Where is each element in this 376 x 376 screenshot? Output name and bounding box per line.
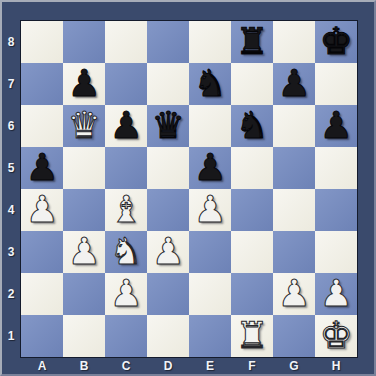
square-a6[interactable] — [21, 105, 63, 147]
square-c4[interactable]: ♝ — [105, 189, 147, 231]
square-b8[interactable] — [63, 21, 105, 63]
square-e7[interactable]: ♞ — [189, 63, 231, 105]
square-c8[interactable] — [105, 21, 147, 63]
rank-label-8: 8 — [2, 21, 20, 63]
square-f6[interactable]: ♞ — [231, 105, 273, 147]
square-h1[interactable]: ♚ — [315, 315, 357, 357]
white-pawn-piece[interactable]: ♟ — [151, 231, 184, 273]
square-a5[interactable]: ♟ — [21, 147, 63, 189]
white-knight-piece[interactable]: ♞ — [109, 231, 142, 273]
square-a8[interactable] — [21, 21, 63, 63]
white-pawn-piece[interactable]: ♟ — [319, 273, 352, 315]
square-e6[interactable] — [189, 105, 231, 147]
black-knight-piece[interactable]: ♞ — [235, 105, 268, 147]
square-c1[interactable] — [105, 315, 147, 357]
white-queen-piece[interactable]: ♛ — [67, 105, 100, 147]
square-h3[interactable] — [315, 231, 357, 273]
square-h7[interactable] — [315, 63, 357, 105]
black-knight-piece[interactable]: ♞ — [193, 63, 226, 105]
square-d7[interactable] — [147, 63, 189, 105]
square-d4[interactable] — [147, 189, 189, 231]
square-g4[interactable] — [273, 189, 315, 231]
rank-labels: 87654321 — [2, 21, 20, 357]
black-king-piece[interactable]: ♚ — [319, 21, 352, 63]
square-f5[interactable] — [231, 147, 273, 189]
file-label-a: A — [21, 358, 63, 374]
square-e2[interactable] — [189, 273, 231, 315]
rank-label-1: 1 — [2, 315, 20, 357]
square-b6[interactable]: ♛ — [63, 105, 105, 147]
black-queen-piece[interactable]: ♛ — [151, 105, 184, 147]
white-pawn-piece[interactable]: ♟ — [109, 273, 142, 315]
black-pawn-piece[interactable]: ♟ — [109, 105, 142, 147]
file-label-c: C — [105, 358, 147, 374]
square-d5[interactable] — [147, 147, 189, 189]
square-d3[interactable]: ♟ — [147, 231, 189, 273]
square-h2[interactable]: ♟ — [315, 273, 357, 315]
square-e1[interactable] — [189, 315, 231, 357]
square-g8[interactable] — [273, 21, 315, 63]
square-e5[interactable]: ♟ — [189, 147, 231, 189]
square-c2[interactable]: ♟ — [105, 273, 147, 315]
square-b1[interactable] — [63, 315, 105, 357]
black-rook-piece[interactable]: ♜ — [235, 21, 268, 63]
square-g7[interactable]: ♟ — [273, 63, 315, 105]
square-d6[interactable]: ♛ — [147, 105, 189, 147]
black-pawn-piece[interactable]: ♟ — [319, 105, 352, 147]
white-king-piece[interactable]: ♚ — [319, 315, 352, 357]
square-g1[interactable] — [273, 315, 315, 357]
square-b3[interactable]: ♟ — [63, 231, 105, 273]
square-c3[interactable]: ♞ — [105, 231, 147, 273]
square-h5[interactable] — [315, 147, 357, 189]
file-label-h: H — [315, 358, 357, 374]
square-b5[interactable] — [63, 147, 105, 189]
square-c6[interactable]: ♟ — [105, 105, 147, 147]
rank-label-6: 6 — [2, 105, 20, 147]
square-g6[interactable] — [273, 105, 315, 147]
square-c7[interactable] — [105, 63, 147, 105]
file-label-d: D — [147, 358, 189, 374]
square-f8[interactable]: ♜ — [231, 21, 273, 63]
white-pawn-piece[interactable]: ♟ — [67, 231, 100, 273]
square-a4[interactable]: ♟ — [21, 189, 63, 231]
square-d1[interactable] — [147, 315, 189, 357]
white-rook-piece[interactable]: ♜ — [235, 315, 268, 357]
chess-diagram-frame: 87654321 ♜♚♟♞♟♛♟♛♞♟♟♟♟♝♟♟♞♟♟♟♟♜♚ ABCDEFG… — [0, 0, 376, 376]
white-bishop-piece[interactable]: ♝ — [109, 189, 142, 231]
file-labels: ABCDEFGH — [21, 358, 357, 374]
black-pawn-piece[interactable]: ♟ — [67, 63, 100, 105]
square-h8[interactable]: ♚ — [315, 21, 357, 63]
square-e3[interactable] — [189, 231, 231, 273]
square-b4[interactable] — [63, 189, 105, 231]
file-label-b: B — [63, 358, 105, 374]
square-e4[interactable]: ♟ — [189, 189, 231, 231]
square-g5[interactable] — [273, 147, 315, 189]
square-a7[interactable] — [21, 63, 63, 105]
square-a2[interactable] — [21, 273, 63, 315]
square-f3[interactable] — [231, 231, 273, 273]
square-a3[interactable] — [21, 231, 63, 273]
square-b7[interactable]: ♟ — [63, 63, 105, 105]
square-b2[interactable] — [63, 273, 105, 315]
rank-label-5: 5 — [2, 147, 20, 189]
square-g2[interactable]: ♟ — [273, 273, 315, 315]
file-label-f: F — [231, 358, 273, 374]
black-pawn-piece[interactable]: ♟ — [193, 147, 226, 189]
square-f7[interactable] — [231, 63, 273, 105]
square-h4[interactable] — [315, 189, 357, 231]
rank-label-3: 3 — [2, 231, 20, 273]
black-pawn-piece[interactable]: ♟ — [277, 63, 310, 105]
rank-label-7: 7 — [2, 63, 20, 105]
square-a1[interactable] — [21, 315, 63, 357]
rank-label-4: 4 — [2, 189, 20, 231]
rank-label-2: 2 — [2, 273, 20, 315]
chess-board[interactable]: ♜♚♟♞♟♛♟♛♞♟♟♟♟♝♟♟♞♟♟♟♟♜♚ — [20, 20, 358, 358]
white-pawn-piece[interactable]: ♟ — [193, 189, 226, 231]
file-label-e: E — [189, 358, 231, 374]
black-pawn-piece[interactable]: ♟ — [25, 147, 58, 189]
square-f4[interactable] — [231, 189, 273, 231]
square-f1[interactable]: ♜ — [231, 315, 273, 357]
square-g3[interactable] — [273, 231, 315, 273]
square-d2[interactable] — [147, 273, 189, 315]
square-f2[interactable] — [231, 273, 273, 315]
square-e8[interactable] — [189, 21, 231, 63]
square-h6[interactable]: ♟ — [315, 105, 357, 147]
white-pawn-piece[interactable]: ♟ — [277, 273, 310, 315]
file-label-g: G — [273, 358, 315, 374]
square-d8[interactable] — [147, 21, 189, 63]
square-c5[interactable] — [105, 147, 147, 189]
white-pawn-piece[interactable]: ♟ — [25, 189, 58, 231]
